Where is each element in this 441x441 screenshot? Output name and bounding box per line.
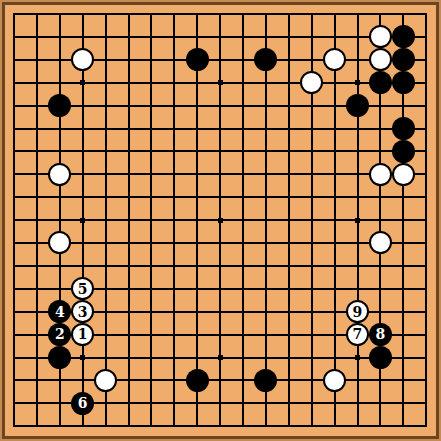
intersection-R2[interactable] xyxy=(369,392,392,415)
intersection-J10[interactable] xyxy=(186,209,209,232)
intersection-R19[interactable] xyxy=(369,3,392,26)
intersection-F16[interactable] xyxy=(117,71,140,94)
intersection-L18[interactable] xyxy=(231,25,254,48)
intersection-B3[interactable] xyxy=(25,369,48,392)
intersection-S5[interactable] xyxy=(392,323,415,346)
intersection-C2[interactable] xyxy=(48,392,71,415)
intersection-G13[interactable] xyxy=(140,140,163,163)
intersection-O10[interactable] xyxy=(300,209,323,232)
intersection-S12[interactable] xyxy=(392,163,415,186)
intersection-R3[interactable] xyxy=(369,369,392,392)
intersection-C11[interactable] xyxy=(48,186,71,209)
intersection-Q13[interactable] xyxy=(346,140,369,163)
intersection-M8[interactable] xyxy=(254,254,277,277)
intersection-K17[interactable] xyxy=(209,48,232,71)
intersection-E4[interactable] xyxy=(94,346,117,369)
intersection-P9[interactable] xyxy=(323,231,346,254)
intersection-O16[interactable] xyxy=(300,71,323,94)
intersection-A3[interactable] xyxy=(3,369,26,392)
intersection-T7[interactable] xyxy=(415,277,438,300)
intersection-K10[interactable] xyxy=(209,209,232,232)
intersection-N15[interactable] xyxy=(277,94,300,117)
intersection-G10[interactable] xyxy=(140,209,163,232)
intersection-H17[interactable] xyxy=(163,48,186,71)
intersection-R1[interactable] xyxy=(369,415,392,438)
intersection-S10[interactable] xyxy=(392,209,415,232)
intersection-C4[interactable] xyxy=(48,346,71,369)
intersection-J5[interactable] xyxy=(186,323,209,346)
intersection-D3[interactable] xyxy=(71,369,94,392)
intersection-Q3[interactable] xyxy=(346,369,369,392)
intersection-B2[interactable] xyxy=(25,392,48,415)
intersection-J11[interactable] xyxy=(186,186,209,209)
intersection-F7[interactable] xyxy=(117,277,140,300)
intersection-A19[interactable] xyxy=(3,3,26,26)
intersection-R7[interactable] xyxy=(369,277,392,300)
intersection-C14[interactable] xyxy=(48,117,71,140)
intersection-T15[interactable] xyxy=(415,94,438,117)
intersection-M5[interactable] xyxy=(254,323,277,346)
intersection-N7[interactable] xyxy=(277,277,300,300)
intersection-P17[interactable] xyxy=(323,48,346,71)
intersection-L4[interactable] xyxy=(231,346,254,369)
intersection-Q9[interactable] xyxy=(346,231,369,254)
intersection-J9[interactable] xyxy=(186,231,209,254)
intersection-T5[interactable] xyxy=(415,323,438,346)
intersection-N13[interactable] xyxy=(277,140,300,163)
intersection-T19[interactable] xyxy=(415,3,438,26)
intersection-F13[interactable] xyxy=(117,140,140,163)
intersection-C6[interactable]: 4 xyxy=(48,300,71,323)
intersection-Q6[interactable]: 9 xyxy=(346,300,369,323)
intersection-C16[interactable] xyxy=(48,71,71,94)
intersection-H5[interactable] xyxy=(163,323,186,346)
intersection-J8[interactable] xyxy=(186,254,209,277)
intersection-G19[interactable] xyxy=(140,3,163,26)
intersection-P13[interactable] xyxy=(323,140,346,163)
intersection-F8[interactable] xyxy=(117,254,140,277)
intersection-E12[interactable] xyxy=(94,163,117,186)
intersection-D11[interactable] xyxy=(71,186,94,209)
intersection-E8[interactable] xyxy=(94,254,117,277)
intersection-L5[interactable] xyxy=(231,323,254,346)
intersection-N5[interactable] xyxy=(277,323,300,346)
intersection-R4[interactable] xyxy=(369,346,392,369)
intersection-M1[interactable] xyxy=(254,415,277,438)
intersection-R13[interactable] xyxy=(369,140,392,163)
intersection-O2[interactable] xyxy=(300,392,323,415)
intersection-Q16[interactable] xyxy=(346,71,369,94)
intersection-B9[interactable] xyxy=(25,231,48,254)
intersection-H13[interactable] xyxy=(163,140,186,163)
intersection-D13[interactable] xyxy=(71,140,94,163)
intersection-N10[interactable] xyxy=(277,209,300,232)
intersection-C1[interactable] xyxy=(48,415,71,438)
intersection-J19[interactable] xyxy=(186,3,209,26)
intersection-R16[interactable] xyxy=(369,71,392,94)
intersection-L3[interactable] xyxy=(231,369,254,392)
intersection-A11[interactable] xyxy=(3,186,26,209)
intersection-T3[interactable] xyxy=(415,369,438,392)
intersection-N3[interactable] xyxy=(277,369,300,392)
intersection-S7[interactable] xyxy=(392,277,415,300)
intersection-H4[interactable] xyxy=(163,346,186,369)
intersection-J16[interactable] xyxy=(186,71,209,94)
intersection-H19[interactable] xyxy=(163,3,186,26)
intersection-M15[interactable] xyxy=(254,94,277,117)
intersection-S3[interactable] xyxy=(392,369,415,392)
intersection-H12[interactable] xyxy=(163,163,186,186)
intersection-G12[interactable] xyxy=(140,163,163,186)
intersection-Q11[interactable] xyxy=(346,186,369,209)
intersection-F17[interactable] xyxy=(117,48,140,71)
intersection-J6[interactable] xyxy=(186,300,209,323)
intersection-E14[interactable] xyxy=(94,117,117,140)
intersection-P8[interactable] xyxy=(323,254,346,277)
intersection-L17[interactable] xyxy=(231,48,254,71)
intersection-L6[interactable] xyxy=(231,300,254,323)
intersection-Q8[interactable] xyxy=(346,254,369,277)
intersection-H14[interactable] xyxy=(163,117,186,140)
intersection-M17[interactable] xyxy=(254,48,277,71)
intersection-O1[interactable] xyxy=(300,415,323,438)
intersection-K8[interactable] xyxy=(209,254,232,277)
intersection-F15[interactable] xyxy=(117,94,140,117)
intersection-D19[interactable] xyxy=(71,3,94,26)
intersection-P10[interactable] xyxy=(323,209,346,232)
intersection-B15[interactable] xyxy=(25,94,48,117)
intersection-N2[interactable] xyxy=(277,392,300,415)
intersection-H3[interactable] xyxy=(163,369,186,392)
intersection-E6[interactable] xyxy=(94,300,117,323)
intersection-E17[interactable] xyxy=(94,48,117,71)
intersection-O14[interactable] xyxy=(300,117,323,140)
intersection-Q4[interactable] xyxy=(346,346,369,369)
intersection-N4[interactable] xyxy=(277,346,300,369)
intersection-F11[interactable] xyxy=(117,186,140,209)
intersection-Q10[interactable] xyxy=(346,209,369,232)
intersection-K2[interactable] xyxy=(209,392,232,415)
intersection-E15[interactable] xyxy=(94,94,117,117)
intersection-F2[interactable] xyxy=(117,392,140,415)
intersection-B17[interactable] xyxy=(25,48,48,71)
intersection-A15[interactable] xyxy=(3,94,26,117)
intersection-G6[interactable] xyxy=(140,300,163,323)
intersection-C9[interactable] xyxy=(48,231,71,254)
intersection-Q1[interactable] xyxy=(346,415,369,438)
intersection-L2[interactable] xyxy=(231,392,254,415)
intersection-C17[interactable] xyxy=(48,48,71,71)
intersection-C18[interactable] xyxy=(48,25,71,48)
intersection-F14[interactable] xyxy=(117,117,140,140)
intersection-H16[interactable] xyxy=(163,71,186,94)
intersection-A13[interactable] xyxy=(3,140,26,163)
intersection-F4[interactable] xyxy=(117,346,140,369)
intersection-J3[interactable] xyxy=(186,369,209,392)
intersection-G3[interactable] xyxy=(140,369,163,392)
intersection-O12[interactable] xyxy=(300,163,323,186)
intersection-N9[interactable] xyxy=(277,231,300,254)
intersection-M14[interactable] xyxy=(254,117,277,140)
intersection-J7[interactable] xyxy=(186,277,209,300)
intersection-S14[interactable] xyxy=(392,117,415,140)
intersection-H2[interactable] xyxy=(163,392,186,415)
intersection-D14[interactable] xyxy=(71,117,94,140)
intersection-A9[interactable] xyxy=(3,231,26,254)
intersection-Q7[interactable] xyxy=(346,277,369,300)
intersection-S8[interactable] xyxy=(392,254,415,277)
intersection-J12[interactable] xyxy=(186,163,209,186)
intersection-B10[interactable] xyxy=(25,209,48,232)
intersection-H11[interactable] xyxy=(163,186,186,209)
intersection-L1[interactable] xyxy=(231,415,254,438)
intersection-M2[interactable] xyxy=(254,392,277,415)
intersection-A5[interactable] xyxy=(3,323,26,346)
intersection-G5[interactable] xyxy=(140,323,163,346)
intersection-E16[interactable] xyxy=(94,71,117,94)
intersection-G7[interactable] xyxy=(140,277,163,300)
intersection-F5[interactable] xyxy=(117,323,140,346)
intersection-S18[interactable] xyxy=(392,25,415,48)
intersection-R11[interactable] xyxy=(369,186,392,209)
intersection-Q14[interactable] xyxy=(346,117,369,140)
intersection-J2[interactable] xyxy=(186,392,209,415)
intersection-M13[interactable] xyxy=(254,140,277,163)
intersection-B19[interactable] xyxy=(25,3,48,26)
intersection-D17[interactable] xyxy=(71,48,94,71)
intersection-K16[interactable] xyxy=(209,71,232,94)
intersection-R17[interactable] xyxy=(369,48,392,71)
intersection-J14[interactable] xyxy=(186,117,209,140)
intersection-C3[interactable] xyxy=(48,369,71,392)
intersection-M3[interactable] xyxy=(254,369,277,392)
intersection-E2[interactable] xyxy=(94,392,117,415)
intersection-J13[interactable] xyxy=(186,140,209,163)
intersection-Q2[interactable] xyxy=(346,392,369,415)
intersection-O19[interactable] xyxy=(300,3,323,26)
intersection-Q17[interactable] xyxy=(346,48,369,71)
intersection-P16[interactable] xyxy=(323,71,346,94)
intersection-G9[interactable] xyxy=(140,231,163,254)
intersection-K12[interactable] xyxy=(209,163,232,186)
intersection-G16[interactable] xyxy=(140,71,163,94)
intersection-A12[interactable] xyxy=(3,163,26,186)
intersection-G15[interactable] xyxy=(140,94,163,117)
intersection-F3[interactable] xyxy=(117,369,140,392)
intersection-K15[interactable] xyxy=(209,94,232,117)
intersection-B11[interactable] xyxy=(25,186,48,209)
intersection-T9[interactable] xyxy=(415,231,438,254)
intersection-O8[interactable] xyxy=(300,254,323,277)
intersection-M9[interactable] xyxy=(254,231,277,254)
intersection-B12[interactable] xyxy=(25,163,48,186)
intersection-T8[interactable] xyxy=(415,254,438,277)
intersection-J18[interactable] xyxy=(186,25,209,48)
intersection-P5[interactable] xyxy=(323,323,346,346)
intersection-J15[interactable] xyxy=(186,94,209,117)
intersection-H8[interactable] xyxy=(163,254,186,277)
intersection-A2[interactable] xyxy=(3,392,26,415)
intersection-S1[interactable] xyxy=(392,415,415,438)
intersection-A8[interactable] xyxy=(3,254,26,277)
intersection-K4[interactable] xyxy=(209,346,232,369)
intersection-D8[interactable] xyxy=(71,254,94,277)
intersection-M4[interactable] xyxy=(254,346,277,369)
intersection-Q5[interactable]: 7 xyxy=(346,323,369,346)
intersection-Q19[interactable] xyxy=(346,3,369,26)
intersection-D6[interactable]: 3 xyxy=(71,300,94,323)
intersection-L7[interactable] xyxy=(231,277,254,300)
intersection-B4[interactable] xyxy=(25,346,48,369)
intersection-C8[interactable] xyxy=(48,254,71,277)
intersection-O9[interactable] xyxy=(300,231,323,254)
intersection-T13[interactable] xyxy=(415,140,438,163)
intersection-G4[interactable] xyxy=(140,346,163,369)
intersection-E3[interactable] xyxy=(94,369,117,392)
intersection-N11[interactable] xyxy=(277,186,300,209)
intersection-R6[interactable] xyxy=(369,300,392,323)
intersection-K14[interactable] xyxy=(209,117,232,140)
intersection-T4[interactable] xyxy=(415,346,438,369)
intersection-O3[interactable] xyxy=(300,369,323,392)
intersection-C10[interactable] xyxy=(48,209,71,232)
intersection-P18[interactable] xyxy=(323,25,346,48)
intersection-G8[interactable] xyxy=(140,254,163,277)
intersection-F9[interactable] xyxy=(117,231,140,254)
intersection-S6[interactable] xyxy=(392,300,415,323)
intersection-K9[interactable] xyxy=(209,231,232,254)
intersection-N14[interactable] xyxy=(277,117,300,140)
intersection-E1[interactable] xyxy=(94,415,117,438)
intersection-F18[interactable] xyxy=(117,25,140,48)
intersection-S13[interactable] xyxy=(392,140,415,163)
intersection-C13[interactable] xyxy=(48,140,71,163)
intersection-O18[interactable] xyxy=(300,25,323,48)
intersection-A16[interactable] xyxy=(3,71,26,94)
intersection-A1[interactable] xyxy=(3,415,26,438)
intersection-N16[interactable] xyxy=(277,71,300,94)
intersection-P1[interactable] xyxy=(323,415,346,438)
intersection-T2[interactable] xyxy=(415,392,438,415)
intersection-M6[interactable] xyxy=(254,300,277,323)
intersection-E18[interactable] xyxy=(94,25,117,48)
intersection-Q18[interactable] xyxy=(346,25,369,48)
intersection-Q12[interactable] xyxy=(346,163,369,186)
intersection-E5[interactable] xyxy=(94,323,117,346)
intersection-S11[interactable] xyxy=(392,186,415,209)
intersection-G17[interactable] xyxy=(140,48,163,71)
intersection-N1[interactable] xyxy=(277,415,300,438)
intersection-G11[interactable] xyxy=(140,186,163,209)
intersection-D1[interactable] xyxy=(71,415,94,438)
intersection-T16[interactable] xyxy=(415,71,438,94)
intersection-M18[interactable] xyxy=(254,25,277,48)
intersection-A6[interactable] xyxy=(3,300,26,323)
intersection-S16[interactable] xyxy=(392,71,415,94)
intersection-E9[interactable] xyxy=(94,231,117,254)
intersection-D18[interactable] xyxy=(71,25,94,48)
intersection-D7[interactable]: 5 xyxy=(71,277,94,300)
intersection-R9[interactable] xyxy=(369,231,392,254)
intersection-M16[interactable] xyxy=(254,71,277,94)
intersection-H18[interactable] xyxy=(163,25,186,48)
intersection-S2[interactable] xyxy=(392,392,415,415)
intersection-F12[interactable] xyxy=(117,163,140,186)
intersection-K7[interactable] xyxy=(209,277,232,300)
intersection-E11[interactable] xyxy=(94,186,117,209)
intersection-S4[interactable] xyxy=(392,346,415,369)
intersection-T11[interactable] xyxy=(415,186,438,209)
intersection-O17[interactable] xyxy=(300,48,323,71)
intersection-N8[interactable] xyxy=(277,254,300,277)
intersection-K6[interactable] xyxy=(209,300,232,323)
intersection-G2[interactable] xyxy=(140,392,163,415)
intersection-A17[interactable] xyxy=(3,48,26,71)
intersection-B7[interactable] xyxy=(25,277,48,300)
intersection-T6[interactable] xyxy=(415,300,438,323)
intersection-P2[interactable] xyxy=(323,392,346,415)
intersection-H9[interactable] xyxy=(163,231,186,254)
intersection-O4[interactable] xyxy=(300,346,323,369)
intersection-K13[interactable] xyxy=(209,140,232,163)
intersection-T17[interactable] xyxy=(415,48,438,71)
intersection-P6[interactable] xyxy=(323,300,346,323)
intersection-A18[interactable] xyxy=(3,25,26,48)
intersection-L15[interactable] xyxy=(231,94,254,117)
intersection-R5[interactable]: 8 xyxy=(369,323,392,346)
intersection-L16[interactable] xyxy=(231,71,254,94)
intersection-D4[interactable] xyxy=(71,346,94,369)
intersection-C15[interactable] xyxy=(48,94,71,117)
intersection-O7[interactable] xyxy=(300,277,323,300)
intersection-J4[interactable] xyxy=(186,346,209,369)
intersection-C5[interactable]: 2 xyxy=(48,323,71,346)
intersection-N6[interactable] xyxy=(277,300,300,323)
intersection-H15[interactable] xyxy=(163,94,186,117)
intersection-E7[interactable] xyxy=(94,277,117,300)
intersection-O6[interactable] xyxy=(300,300,323,323)
intersection-O11[interactable] xyxy=(300,186,323,209)
intersection-H10[interactable] xyxy=(163,209,186,232)
intersection-L14[interactable] xyxy=(231,117,254,140)
intersection-O5[interactable] xyxy=(300,323,323,346)
intersection-F10[interactable] xyxy=(117,209,140,232)
intersection-R10[interactable] xyxy=(369,209,392,232)
intersection-O15[interactable] xyxy=(300,94,323,117)
intersection-L13[interactable] xyxy=(231,140,254,163)
intersection-K1[interactable] xyxy=(209,415,232,438)
intersection-C19[interactable] xyxy=(48,3,71,26)
intersection-P11[interactable] xyxy=(323,186,346,209)
intersection-G1[interactable] xyxy=(140,415,163,438)
intersection-M11[interactable] xyxy=(254,186,277,209)
intersection-C12[interactable] xyxy=(48,163,71,186)
intersection-P7[interactable] xyxy=(323,277,346,300)
intersection-D5[interactable]: 1 xyxy=(71,323,94,346)
intersection-D16[interactable] xyxy=(71,71,94,94)
intersection-L19[interactable] xyxy=(231,3,254,26)
intersection-B6[interactable] xyxy=(25,300,48,323)
intersection-K18[interactable] xyxy=(209,25,232,48)
intersection-A7[interactable] xyxy=(3,277,26,300)
intersection-D2[interactable]: 6 xyxy=(71,392,94,415)
intersection-H7[interactable] xyxy=(163,277,186,300)
intersection-L12[interactable] xyxy=(231,163,254,186)
intersection-N18[interactable] xyxy=(277,25,300,48)
intersection-O13[interactable] xyxy=(300,140,323,163)
intersection-R18[interactable] xyxy=(369,25,392,48)
intersection-B8[interactable] xyxy=(25,254,48,277)
